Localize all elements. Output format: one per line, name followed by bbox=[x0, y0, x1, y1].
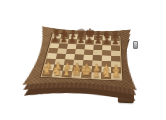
square-h7[interactable]: ♟ bbox=[111, 41, 120, 46]
piece-black-pawn-h7[interactable]: ♟ bbox=[106, 37, 124, 45]
board-grid: ♜♞♝♛♚♝♞♜♟♟♟♟♟♟♟♟♟♟♟♟♟♟♟♟♜♞♝♛♚♝♞♜ bbox=[41, 33, 123, 80]
square-f6[interactable] bbox=[93, 45, 102, 50]
square-b4[interactable] bbox=[56, 54, 66, 60]
chess-board: ♜♞♝♛♚♝♞♜♟♟♟♟♟♟♟♟♟♟♟♟♟♟♟♟♜♞♝♛♚♝♞♜ bbox=[23, 26, 137, 90]
piece-white-rook-h1[interactable]: ♜ bbox=[106, 68, 127, 79]
metal-clasp-icon bbox=[133, 41, 138, 49]
chess-set-scene: ♜♞♝♛♚♝♞♜♟♟♟♟♟♟♟♟♟♟♟♟♟♟♟♟♜♞♝♛♚♝♞♜ bbox=[33, 4, 133, 104]
square-h1[interactable]: ♜ bbox=[111, 73, 121, 80]
product-photo: ♜♞♝♛♚♝♞♜♟♟♟♟♟♟♟♟♟♟♟♟♟♟♟♟♜♞♝♛♚♝♞♜ bbox=[0, 0, 166, 120]
